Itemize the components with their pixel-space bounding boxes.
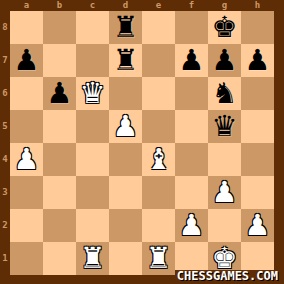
square-a2[interactable]: [10, 209, 43, 242]
square-a3[interactable]: [10, 176, 43, 209]
black-rook[interactable]: ♜: [109, 11, 142, 44]
square-a5[interactable]: [10, 110, 43, 143]
square-d1[interactable]: [109, 242, 142, 275]
rank-labels: 87654321: [0, 11, 10, 275]
square-f6[interactable]: [175, 77, 208, 110]
square-f3[interactable]: [175, 176, 208, 209]
square-f5[interactable]: [175, 110, 208, 143]
rank-label-5: 5: [0, 110, 10, 143]
square-b2[interactable]: [43, 209, 76, 242]
black-queen[interactable]: ♛: [208, 110, 241, 143]
white-pawn[interactable]: ♟: [208, 176, 241, 209]
rank-label-3: 3: [0, 176, 10, 209]
square-d4[interactable]: [109, 143, 142, 176]
square-d2[interactable]: [109, 209, 142, 242]
square-a6[interactable]: [10, 77, 43, 110]
square-e4[interactable]: ♝: [142, 143, 175, 176]
black-pawn[interactable]: ♟: [10, 44, 43, 77]
square-h7[interactable]: ♟: [241, 44, 274, 77]
rank-label-6: 6: [0, 77, 10, 110]
square-c6[interactable]: ♛: [76, 77, 109, 110]
file-label-a: a: [10, 0, 43, 11]
chess-board: ♜♚♟♜♟♟♟♟♛♞♟♛♟♝♟♟♟♜♜♚: [10, 11, 274, 275]
square-b6[interactable]: ♟: [43, 77, 76, 110]
square-b4[interactable]: [43, 143, 76, 176]
black-pawn[interactable]: ♟: [241, 44, 274, 77]
square-b5[interactable]: [43, 110, 76, 143]
chess-diagram: abcdefgh 87654321 ♜♚♟♜♟♟♟♟♛♞♟♛♟♝♟♟♟♜♜♚ C…: [0, 0, 284, 284]
square-e6[interactable]: [142, 77, 175, 110]
square-a1[interactable]: [10, 242, 43, 275]
square-f2[interactable]: ♟: [175, 209, 208, 242]
square-a8[interactable]: [10, 11, 43, 44]
square-h5[interactable]: [241, 110, 274, 143]
square-e2[interactable]: [142, 209, 175, 242]
square-d3[interactable]: [109, 176, 142, 209]
square-c2[interactable]: [76, 209, 109, 242]
file-label-h: h: [241, 0, 274, 11]
square-f8[interactable]: [175, 11, 208, 44]
white-queen[interactable]: ♛: [76, 77, 109, 110]
rank-label-4: 4: [0, 143, 10, 176]
white-pawn[interactable]: ♟: [241, 209, 274, 242]
square-e7[interactable]: [142, 44, 175, 77]
white-pawn[interactable]: ♟: [109, 110, 142, 143]
square-h4[interactable]: [241, 143, 274, 176]
square-g7[interactable]: ♟: [208, 44, 241, 77]
square-g4[interactable]: [208, 143, 241, 176]
square-b1[interactable]: [43, 242, 76, 275]
square-g8[interactable]: ♚: [208, 11, 241, 44]
square-h8[interactable]: [241, 11, 274, 44]
square-h6[interactable]: [241, 77, 274, 110]
white-rook[interactable]: ♜: [76, 242, 109, 275]
square-b8[interactable]: [43, 11, 76, 44]
black-rook[interactable]: ♜: [109, 44, 142, 77]
file-label-b: b: [43, 0, 76, 11]
square-f7[interactable]: ♟: [175, 44, 208, 77]
rank-label-8: 8: [0, 11, 10, 44]
square-e1[interactable]: ♜: [142, 242, 175, 275]
square-b3[interactable]: [43, 176, 76, 209]
square-c3[interactable]: [76, 176, 109, 209]
white-bishop[interactable]: ♝: [142, 143, 175, 176]
square-a7[interactable]: ♟: [10, 44, 43, 77]
square-c8[interactable]: [76, 11, 109, 44]
square-d6[interactable]: [109, 77, 142, 110]
square-d8[interactable]: ♜: [109, 11, 142, 44]
square-g3[interactable]: ♟: [208, 176, 241, 209]
square-c4[interactable]: [76, 143, 109, 176]
square-d7[interactable]: ♜: [109, 44, 142, 77]
square-e8[interactable]: [142, 11, 175, 44]
square-e3[interactable]: [142, 176, 175, 209]
white-pawn[interactable]: ♟: [10, 143, 43, 176]
black-king[interactable]: ♚: [208, 11, 241, 44]
black-knight[interactable]: ♞: [208, 77, 241, 110]
square-g5[interactable]: ♛: [208, 110, 241, 143]
black-pawn[interactable]: ♟: [208, 44, 241, 77]
file-label-f: f: [175, 0, 208, 11]
black-pawn[interactable]: ♟: [43, 77, 76, 110]
black-pawn[interactable]: ♟: [175, 44, 208, 77]
square-b7[interactable]: [43, 44, 76, 77]
white-pawn[interactable]: ♟: [175, 209, 208, 242]
square-f4[interactable]: [175, 143, 208, 176]
file-label-c: c: [76, 0, 109, 11]
square-h2[interactable]: ♟: [241, 209, 274, 242]
square-d5[interactable]: ♟: [109, 110, 142, 143]
file-label-e: e: [142, 0, 175, 11]
white-rook[interactable]: ♜: [142, 242, 175, 275]
square-g2[interactable]: [208, 209, 241, 242]
square-h3[interactable]: [241, 176, 274, 209]
rank-label-2: 2: [0, 209, 10, 242]
square-c5[interactable]: [76, 110, 109, 143]
rank-label-7: 7: [0, 44, 10, 77]
square-e5[interactable]: [142, 110, 175, 143]
square-c1[interactable]: ♜: [76, 242, 109, 275]
square-a4[interactable]: ♟: [10, 143, 43, 176]
rank-label-1: 1: [0, 242, 10, 275]
square-g6[interactable]: ♞: [208, 77, 241, 110]
site-watermark: CHESSGAMES.COM: [175, 270, 280, 283]
square-c7[interactable]: [76, 44, 109, 77]
